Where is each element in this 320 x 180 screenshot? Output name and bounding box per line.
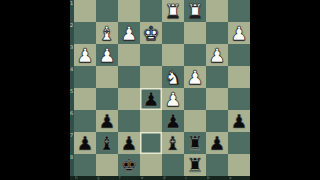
square-d5[interactable]: ♟ bbox=[162, 88, 184, 110]
square-e7[interactable] bbox=[140, 132, 162, 154]
square-f5[interactable] bbox=[118, 88, 140, 110]
black-pawn: ♟ bbox=[118, 132, 140, 154]
square-e2[interactable]: ♚ bbox=[140, 22, 162, 44]
chess-board: 12345678 ♜♜♝♟♚♟♟♟♟♞♟♟♟♟♟♟♟♝♟♝♜♟♚♜ hgfedc… bbox=[70, 0, 250, 180]
file-label-f: f bbox=[118, 175, 141, 180]
square-b1[interactable] bbox=[206, 0, 228, 22]
square-b4[interactable] bbox=[206, 66, 228, 88]
square-h8[interactable] bbox=[74, 154, 96, 176]
square-b2[interactable] bbox=[206, 22, 228, 44]
file-label-a: a bbox=[228, 175, 251, 180]
black-pawn: ♟ bbox=[228, 110, 250, 132]
letterbox-right bbox=[250, 0, 320, 180]
square-f6[interactable] bbox=[118, 110, 140, 132]
square-c2[interactable] bbox=[184, 22, 206, 44]
file-label-g: g bbox=[96, 175, 119, 180]
square-c6[interactable] bbox=[184, 110, 206, 132]
black-rook: ♜ bbox=[184, 154, 206, 176]
black-pawn: ♟ bbox=[74, 132, 96, 154]
white-pawn: ♟ bbox=[74, 44, 96, 66]
file-label-d: d bbox=[162, 175, 185, 180]
file-label-h: h bbox=[74, 175, 97, 180]
black-rook: ♜ bbox=[184, 132, 206, 154]
square-e8[interactable] bbox=[140, 154, 162, 176]
square-h6[interactable] bbox=[74, 110, 96, 132]
black-pawn: ♟ bbox=[162, 110, 184, 132]
square-h3[interactable]: ♟ bbox=[74, 44, 96, 66]
square-c8[interactable]: ♜ bbox=[184, 154, 206, 176]
square-g4[interactable] bbox=[96, 66, 118, 88]
square-b8[interactable] bbox=[206, 154, 228, 176]
black-king: ♚ bbox=[118, 154, 140, 176]
square-f8[interactable]: ♚ bbox=[118, 154, 140, 176]
white-bishop: ♝ bbox=[96, 22, 118, 44]
square-c1[interactable]: ♜ bbox=[184, 0, 206, 22]
square-g8[interactable] bbox=[96, 154, 118, 176]
white-knight: ♞ bbox=[162, 66, 184, 88]
square-g2[interactable]: ♝ bbox=[96, 22, 118, 44]
square-a4[interactable] bbox=[228, 66, 250, 88]
board-grid: ♜♜♝♟♚♟♟♟♟♞♟♟♟♟♟♟♟♝♟♝♜♟♚♜ bbox=[74, 0, 250, 176]
square-h2[interactable] bbox=[74, 22, 96, 44]
white-pawn: ♟ bbox=[206, 44, 228, 66]
square-c7[interactable]: ♜ bbox=[184, 132, 206, 154]
square-a1[interactable] bbox=[228, 0, 250, 22]
square-e3[interactable] bbox=[140, 44, 162, 66]
square-a2[interactable]: ♟ bbox=[228, 22, 250, 44]
square-e5[interactable]: ♟ bbox=[140, 88, 162, 110]
square-a5[interactable] bbox=[228, 88, 250, 110]
square-g7[interactable]: ♝ bbox=[96, 132, 118, 154]
file-label-e: e bbox=[140, 175, 163, 180]
square-g6[interactable]: ♟ bbox=[96, 110, 118, 132]
square-f4[interactable] bbox=[118, 66, 140, 88]
square-d7[interactable]: ♝ bbox=[162, 132, 184, 154]
black-bishop: ♝ bbox=[96, 132, 118, 154]
square-a8[interactable] bbox=[228, 154, 250, 176]
square-g3[interactable]: ♟ bbox=[96, 44, 118, 66]
black-bishop: ♝ bbox=[162, 132, 184, 154]
file-label-b: b bbox=[206, 175, 229, 180]
square-d1[interactable]: ♜ bbox=[162, 0, 184, 22]
square-d6[interactable]: ♟ bbox=[162, 110, 184, 132]
square-f3[interactable] bbox=[118, 44, 140, 66]
white-rook: ♜ bbox=[184, 0, 206, 22]
black-pawn: ♟ bbox=[96, 110, 118, 132]
square-d2[interactable] bbox=[162, 22, 184, 44]
black-pawn: ♟ bbox=[206, 132, 228, 154]
square-b5[interactable] bbox=[206, 88, 228, 110]
square-a6[interactable]: ♟ bbox=[228, 110, 250, 132]
white-pawn: ♟ bbox=[228, 22, 250, 44]
square-e1[interactable] bbox=[140, 0, 162, 22]
screenshot-canvas: 12345678 ♜♜♝♟♚♟♟♟♟♞♟♟♟♟♟♟♟♝♟♝♜♟♚♜ hgfedc… bbox=[0, 0, 320, 180]
square-e4[interactable] bbox=[140, 66, 162, 88]
square-d8[interactable] bbox=[162, 154, 184, 176]
square-b3[interactable]: ♟ bbox=[206, 44, 228, 66]
white-pawn: ♟ bbox=[118, 22, 140, 44]
file-label-c: c bbox=[184, 175, 207, 180]
square-c5[interactable] bbox=[184, 88, 206, 110]
square-f7[interactable]: ♟ bbox=[118, 132, 140, 154]
square-a7[interactable] bbox=[228, 132, 250, 154]
file-labels: hgfedcba bbox=[70, 176, 250, 180]
white-king: ♚ bbox=[140, 22, 162, 44]
square-e6[interactable] bbox=[140, 110, 162, 132]
square-c4[interactable]: ♟ bbox=[184, 66, 206, 88]
square-h4[interactable] bbox=[74, 66, 96, 88]
white-pawn: ♟ bbox=[96, 44, 118, 66]
square-d3[interactable] bbox=[162, 44, 184, 66]
square-d4[interactable]: ♞ bbox=[162, 66, 184, 88]
square-b7[interactable]: ♟ bbox=[206, 132, 228, 154]
white-pawn: ♟ bbox=[184, 66, 206, 88]
square-h5[interactable] bbox=[74, 88, 96, 110]
white-pawn: ♟ bbox=[162, 88, 184, 110]
square-h7[interactable]: ♟ bbox=[74, 132, 96, 154]
white-rook: ♜ bbox=[162, 0, 184, 22]
square-h1[interactable] bbox=[74, 0, 96, 22]
square-c3[interactable] bbox=[184, 44, 206, 66]
black-pawn: ♟ bbox=[140, 88, 162, 110]
square-f1[interactable] bbox=[118, 0, 140, 22]
square-a3[interactable] bbox=[228, 44, 250, 66]
square-g1[interactable] bbox=[96, 0, 118, 22]
square-g5[interactable] bbox=[96, 88, 118, 110]
letterbox-left bbox=[0, 0, 70, 180]
square-b6[interactable] bbox=[206, 110, 228, 132]
square-f2[interactable]: ♟ bbox=[118, 22, 140, 44]
